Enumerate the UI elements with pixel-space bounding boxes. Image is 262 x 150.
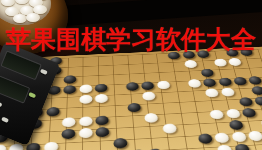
black-stone [234, 144, 251, 150]
clock-button [40, 69, 48, 75]
white-stone [162, 123, 177, 133]
black-stone [46, 107, 60, 117]
black-stone [64, 75, 77, 84]
white-stone [79, 128, 93, 139]
bowl-white-stones [0, 0, 51, 25]
white-stone [144, 113, 158, 123]
black-stone [233, 77, 248, 86]
black-stone [241, 108, 257, 118]
black-stone [148, 149, 163, 150]
bowl-stone [13, 14, 27, 23]
white-stone [209, 110, 224, 120]
white-stone [225, 109, 240, 119]
white-stone [261, 118, 262, 128]
white-stone [214, 133, 230, 144]
white-stone [220, 87, 235, 96]
black-stone [62, 129, 76, 140]
clock-button [1, 117, 9, 123]
bowl-stone [1, 0, 15, 6]
black-stone [95, 83, 108, 92]
white-stone [231, 132, 247, 143]
clock-button [0, 101, 2, 107]
black-stone [248, 76, 262, 85]
white-stone [247, 131, 262, 142]
white-stone [142, 91, 156, 100]
white-stone [213, 58, 227, 66]
black-stone [228, 120, 244, 130]
white-stone [187, 79, 201, 88]
black-stone [238, 97, 253, 106]
black-stone [26, 143, 41, 150]
black-stone [63, 85, 76, 94]
clock-display-top [0, 50, 42, 80]
black-stone [141, 81, 155, 90]
banner-title: 苹果围棋学习软件大全 [6, 26, 256, 53]
clock-button [28, 92, 36, 98]
black-stone [254, 96, 262, 105]
bowl-stone [15, 0, 29, 4]
black-stone [200, 68, 214, 77]
white-stone [184, 60, 198, 68]
white-stone [62, 117, 76, 127]
white-stone [44, 142, 59, 150]
black-stone [96, 127, 110, 138]
white-stone [8, 144, 23, 150]
white-stone [157, 80, 171, 89]
black-stone [197, 133, 213, 144]
white-stone [0, 145, 6, 150]
go-banner-thumbnail[interactable]: 苹果围棋学习软件大全 [0, 0, 262, 150]
white-stone [79, 84, 92, 93]
black-stone [127, 103, 141, 113]
black-stone [218, 77, 233, 86]
dark-backdrop [40, 0, 262, 27]
black-stone [95, 115, 109, 125]
bowl-stone [26, 13, 40, 22]
white-stone [79, 94, 92, 103]
black-stone [202, 78, 216, 87]
black-stone [113, 138, 128, 149]
white-stone [228, 58, 242, 66]
white-stone [95, 94, 108, 103]
clock-display-bottom [0, 74, 30, 104]
black-stone [251, 86, 262, 95]
white-stone [217, 145, 233, 150]
white-stone [205, 88, 220, 97]
black-stone [131, 149, 146, 150]
white-stone [79, 116, 93, 126]
black-stone [126, 82, 139, 91]
